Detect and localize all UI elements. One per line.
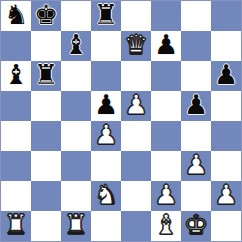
square-a2[interactable]	[1, 181, 31, 211]
black-bishop[interactable]: ♝	[64, 31, 88, 60]
square-a5[interactable]	[1, 91, 31, 121]
square-f2[interactable]: ♟	[151, 181, 181, 211]
square-h8[interactable]	[211, 1, 241, 31]
square-b6[interactable]: ♜	[31, 61, 61, 91]
white-queen[interactable]: ♛	[124, 31, 148, 60]
white-knight[interactable]: ♞	[94, 181, 118, 210]
square-f7[interactable]: ♟	[151, 31, 181, 61]
square-g7[interactable]	[181, 31, 211, 61]
chess-board: ♞♚♜♝♛♟♝♜♟♟♟♟♟♟♞♟♟♜♜♝♚	[0, 0, 242, 242]
square-b8[interactable]: ♚	[31, 1, 61, 31]
black-pawn[interactable]: ♟	[214, 61, 238, 90]
white-rook[interactable]: ♜	[4, 211, 28, 240]
square-a8[interactable]: ♞	[1, 1, 31, 31]
square-g3[interactable]: ♟	[181, 151, 211, 181]
white-rook[interactable]: ♜	[64, 211, 88, 240]
square-e5[interactable]: ♟	[121, 91, 151, 121]
square-h6[interactable]: ♟	[211, 61, 241, 91]
square-c2[interactable]	[61, 181, 91, 211]
square-f6[interactable]	[151, 61, 181, 91]
square-a3[interactable]	[1, 151, 31, 181]
square-g5[interactable]: ♟	[181, 91, 211, 121]
square-g1[interactable]: ♚	[181, 211, 211, 241]
square-d1[interactable]	[91, 211, 121, 241]
square-d8[interactable]: ♜	[91, 1, 121, 31]
square-h4[interactable]	[211, 121, 241, 151]
square-f8[interactable]	[151, 1, 181, 31]
square-f5[interactable]	[151, 91, 181, 121]
square-c1[interactable]: ♜	[61, 211, 91, 241]
white-pawn[interactable]: ♟	[124, 91, 148, 120]
white-king[interactable]: ♚	[184, 211, 208, 240]
square-c5[interactable]	[61, 91, 91, 121]
square-d5[interactable]: ♟	[91, 91, 121, 121]
black-rook[interactable]: ♜	[34, 61, 58, 90]
square-h5[interactable]	[211, 91, 241, 121]
square-h2[interactable]: ♟	[211, 181, 241, 211]
square-h7[interactable]	[211, 31, 241, 61]
square-g2[interactable]	[181, 181, 211, 211]
square-d3[interactable]	[91, 151, 121, 181]
white-pawn[interactable]: ♟	[214, 181, 238, 210]
square-b7[interactable]	[31, 31, 61, 61]
square-e4[interactable]	[121, 121, 151, 151]
square-d7[interactable]	[91, 31, 121, 61]
square-c7[interactable]: ♝	[61, 31, 91, 61]
white-bishop[interactable]: ♝	[154, 211, 178, 240]
square-f3[interactable]	[151, 151, 181, 181]
square-b1[interactable]	[31, 211, 61, 241]
black-pawn[interactable]: ♟	[154, 31, 178, 60]
square-e1[interactable]	[121, 211, 151, 241]
square-b2[interactable]	[31, 181, 61, 211]
square-c4[interactable]	[61, 121, 91, 151]
square-f1[interactable]: ♝	[151, 211, 181, 241]
square-e2[interactable]	[121, 181, 151, 211]
square-h1[interactable]	[211, 211, 241, 241]
square-g8[interactable]	[181, 1, 211, 31]
square-c8[interactable]	[61, 1, 91, 31]
square-d4[interactable]: ♟	[91, 121, 121, 151]
square-a4[interactable]	[1, 121, 31, 151]
square-e6[interactable]	[121, 61, 151, 91]
square-a1[interactable]: ♜	[1, 211, 31, 241]
black-pawn[interactable]: ♟	[184, 91, 208, 120]
white-pawn[interactable]: ♟	[184, 151, 208, 180]
square-g6[interactable]	[181, 61, 211, 91]
square-a7[interactable]	[1, 31, 31, 61]
square-c6[interactable]	[61, 61, 91, 91]
square-e7[interactable]: ♛	[121, 31, 151, 61]
square-e3[interactable]	[121, 151, 151, 181]
square-c3[interactable]	[61, 151, 91, 181]
square-b3[interactable]	[31, 151, 61, 181]
black-pawn[interactable]: ♟	[94, 91, 118, 120]
square-d6[interactable]	[91, 61, 121, 91]
black-knight[interactable]: ♞	[4, 1, 28, 30]
square-a6[interactable]: ♝	[1, 61, 31, 91]
square-b4[interactable]	[31, 121, 61, 151]
square-e8[interactable]	[121, 1, 151, 31]
black-rook[interactable]: ♜	[94, 1, 118, 30]
white-pawn[interactable]: ♟	[154, 181, 178, 210]
square-b5[interactable]	[31, 91, 61, 121]
square-f4[interactable]	[151, 121, 181, 151]
black-king[interactable]: ♚	[34, 1, 58, 30]
square-d2[interactable]: ♞	[91, 181, 121, 211]
square-h3[interactable]	[211, 151, 241, 181]
black-bishop[interactable]: ♝	[4, 61, 28, 90]
white-pawn[interactable]: ♟	[94, 121, 118, 150]
square-g4[interactable]	[181, 121, 211, 151]
